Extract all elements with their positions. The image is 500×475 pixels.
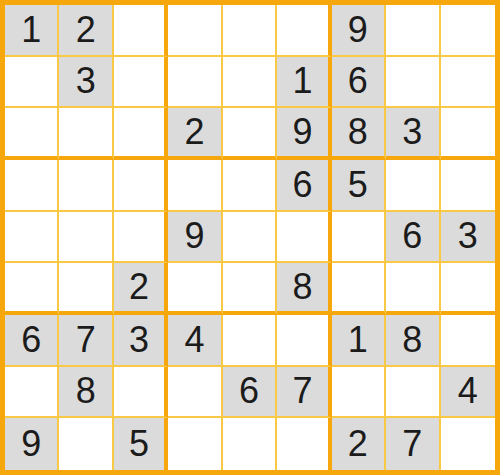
cell-r4c8[interactable] — [386, 160, 440, 212]
cell-r9c8[interactable]: 7 — [386, 418, 440, 470]
cell-r3c6[interactable]: 9 — [277, 108, 331, 160]
cell-r4c7[interactable]: 5 — [332, 160, 386, 212]
cell-r3c9[interactable] — [441, 108, 495, 160]
cell-r1c8[interactable] — [386, 5, 440, 57]
cell-r9c3[interactable]: 5 — [114, 418, 168, 470]
cell-r3c5[interactable] — [223, 108, 277, 160]
cell-r6c9[interactable] — [441, 263, 495, 315]
cell-r5c1[interactable] — [5, 212, 59, 264]
cell-r2c2[interactable]: 3 — [59, 57, 113, 109]
cell-r9c7[interactable]: 2 — [332, 418, 386, 470]
cell-r5c5[interactable] — [223, 212, 277, 264]
cell-r4c5[interactable] — [223, 160, 277, 212]
cell-r7c3[interactable]: 3 — [114, 315, 168, 367]
cell-r4c6[interactable]: 6 — [277, 160, 331, 212]
cell-r6c8[interactable] — [386, 263, 440, 315]
cell-r2c7[interactable]: 6 — [332, 57, 386, 109]
sudoku-grid: 1293162983659632867341886749527 — [5, 5, 495, 470]
cell-r6c1[interactable] — [5, 263, 59, 315]
cell-r2c8[interactable] — [386, 57, 440, 109]
cell-r6c5[interactable] — [223, 263, 277, 315]
cell-r1c1[interactable]: 1 — [5, 5, 59, 57]
cell-r9c6[interactable] — [277, 418, 331, 470]
cell-r6c7[interactable] — [332, 263, 386, 315]
cell-r7c8[interactable]: 8 — [386, 315, 440, 367]
cell-r7c6[interactable] — [277, 315, 331, 367]
cell-r6c4[interactable] — [168, 263, 222, 315]
cell-r4c1[interactable] — [5, 160, 59, 212]
cell-r7c9[interactable] — [441, 315, 495, 367]
cell-r8c4[interactable] — [168, 367, 222, 419]
cell-r2c5[interactable] — [223, 57, 277, 109]
cell-r7c1[interactable]: 6 — [5, 315, 59, 367]
cell-r9c4[interactable] — [168, 418, 222, 470]
cell-r5c9[interactable]: 3 — [441, 212, 495, 264]
cell-r3c3[interactable] — [114, 108, 168, 160]
cell-r2c4[interactable] — [168, 57, 222, 109]
cell-r8c2[interactable]: 8 — [59, 367, 113, 419]
cell-r4c3[interactable] — [114, 160, 168, 212]
cell-r8c3[interactable] — [114, 367, 168, 419]
cell-r9c2[interactable] — [59, 418, 113, 470]
cell-r8c6[interactable]: 7 — [277, 367, 331, 419]
cell-r2c3[interactable] — [114, 57, 168, 109]
cell-r3c2[interactable] — [59, 108, 113, 160]
cell-r7c4[interactable]: 4 — [168, 315, 222, 367]
cell-r3c7[interactable]: 8 — [332, 108, 386, 160]
cell-r6c6[interactable]: 8 — [277, 263, 331, 315]
cell-r1c7[interactable]: 9 — [332, 5, 386, 57]
sudoku-board: 1293162983659632867341886749527 — [0, 0, 500, 475]
cell-r4c9[interactable] — [441, 160, 495, 212]
cell-r3c4[interactable]: 2 — [168, 108, 222, 160]
cell-r4c4[interactable] — [168, 160, 222, 212]
cell-r2c6[interactable]: 1 — [277, 57, 331, 109]
cell-r2c9[interactable] — [441, 57, 495, 109]
cell-r7c2[interactable]: 7 — [59, 315, 113, 367]
cell-r1c2[interactable]: 2 — [59, 5, 113, 57]
cell-r5c4[interactable]: 9 — [168, 212, 222, 264]
cell-r5c3[interactable] — [114, 212, 168, 264]
cell-r8c7[interactable] — [332, 367, 386, 419]
cell-r6c2[interactable] — [59, 263, 113, 315]
cell-r8c9[interactable]: 4 — [441, 367, 495, 419]
cell-r1c9[interactable] — [441, 5, 495, 57]
cell-r2c1[interactable] — [5, 57, 59, 109]
cell-r1c3[interactable] — [114, 5, 168, 57]
cell-r5c6[interactable] — [277, 212, 331, 264]
cell-r9c5[interactable] — [223, 418, 277, 470]
cell-r4c2[interactable] — [59, 160, 113, 212]
cell-r3c8[interactable]: 3 — [386, 108, 440, 160]
cell-r8c1[interactable] — [5, 367, 59, 419]
cell-r3c1[interactable] — [5, 108, 59, 160]
cell-r7c5[interactable] — [223, 315, 277, 367]
cell-r9c1[interactable]: 9 — [5, 418, 59, 470]
cell-r1c4[interactable] — [168, 5, 222, 57]
cell-r1c5[interactable] — [223, 5, 277, 57]
cell-r9c9[interactable] — [441, 418, 495, 470]
cell-r5c7[interactable] — [332, 212, 386, 264]
cell-r8c5[interactable]: 6 — [223, 367, 277, 419]
cell-r7c7[interactable]: 1 — [332, 315, 386, 367]
cell-r6c3[interactable]: 2 — [114, 263, 168, 315]
cell-r5c2[interactable] — [59, 212, 113, 264]
cell-r5c8[interactable]: 6 — [386, 212, 440, 264]
cell-r1c6[interactable] — [277, 5, 331, 57]
cell-r8c8[interactable] — [386, 367, 440, 419]
